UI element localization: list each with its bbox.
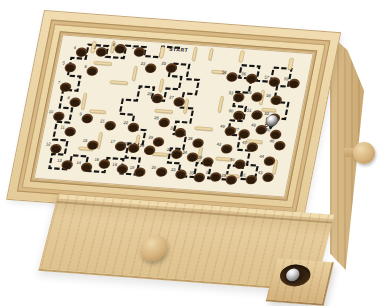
hole-number: 52 [264,111,270,116]
hole-number: 37 [205,170,211,175]
hole-number: 21 [100,118,106,123]
hole-number: 13 [57,157,63,162]
hole-number: 24 [139,143,145,148]
hole-number: 58 [266,93,272,98]
corner-ball-tray [266,258,334,306]
hole-number: 12 [46,141,52,146]
hole-number: 40 [229,157,235,162]
hole-number: 55 [247,90,253,95]
labyrinth-game-photo: 1234567891011121314151617181920212223242… [0,0,379,306]
hole-number: 51 [247,108,253,113]
hole-number: 42 [216,141,222,146]
hole-number: 6 [84,64,88,69]
hole-number: 18 [112,162,118,167]
hole-number: 5 [62,60,66,65]
hole-number: 25 [161,61,167,66]
start-label: START [169,46,189,53]
hole-number: 11 [60,124,66,129]
hole-number: 10 [48,109,54,114]
hole-number: 43 [258,170,264,175]
hole-number: 29 [148,135,154,140]
hole-number: 56 [241,71,247,76]
hole-number: 33 [171,167,177,172]
hole-number: 44 [259,154,265,159]
hole-number: 7 [57,80,61,85]
hole-number: 49 [220,124,226,129]
hole-number: 8 [67,95,71,100]
right-tilt-knob[interactable] [353,142,375,164]
hole-number: 48 [251,122,257,127]
hole-number: 23 [140,61,146,66]
hole-number: 17 [110,139,116,144]
hole-number: 57 [264,75,270,80]
hole-number: 36 [188,136,194,141]
maze-board: 1234567891011121314151617181920212223242… [34,34,314,197]
hole-number: 16 [94,157,100,162]
hole-number: 19 [129,165,135,170]
maze-peg [239,51,245,63]
hole-number: 22 [123,120,129,125]
hole-number: 34 [182,150,188,155]
front-tilt-knob[interactable] [138,235,170,263]
hole-number: 15 [82,138,88,143]
hole-number: 27 [169,95,175,100]
hole-number: 53 [228,90,234,95]
hole-number: 38 [197,154,203,159]
maze-peg [159,46,165,58]
hole-number: 9 [79,111,83,116]
hole-number: 4 [73,45,77,50]
box-lid: 1234567891011121314151617181920212223242… [6,10,341,222]
hole-number: 54 [222,70,228,75]
maze-peg [288,58,294,70]
hole-number: 41 [241,172,247,177]
hole-number: 28 [154,115,160,120]
maze-surface: 1234567891011121314151617181920212223242… [35,36,313,197]
hole-number: 14 [76,160,82,165]
hole-number: 50 [228,108,234,113]
hole-number: 30 [151,165,157,170]
